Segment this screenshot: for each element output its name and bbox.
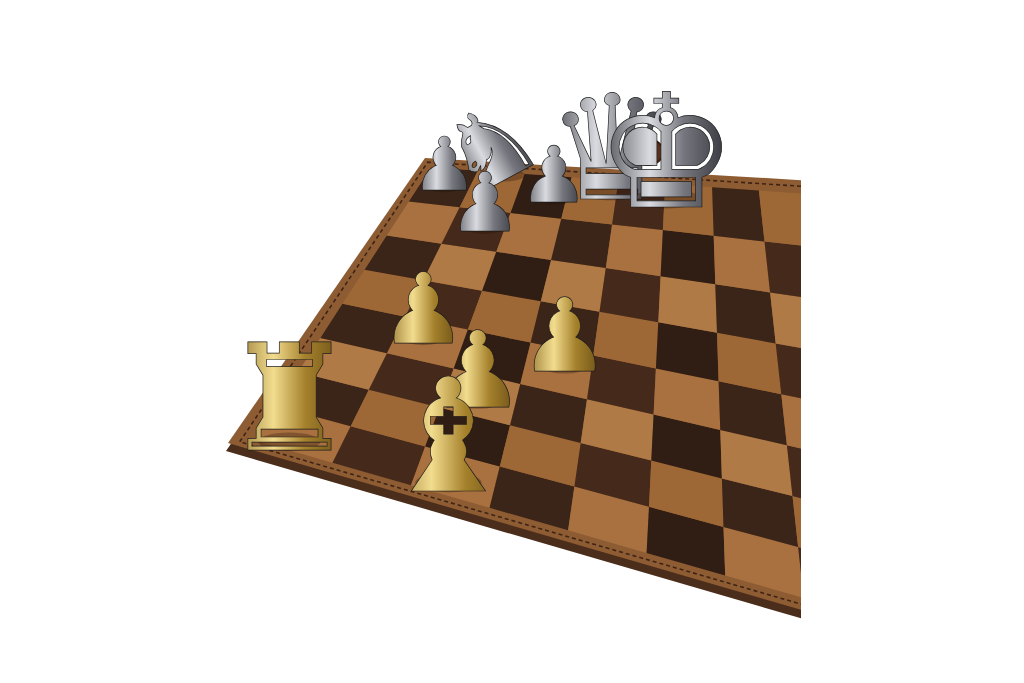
piece-glyph-bishop: ♝ [378, 344, 520, 528]
piece-glyph-pawn: ♟ [448, 155, 522, 250]
square-b8[interactable] [765, 242, 825, 301]
square-a8[interactable] [759, 191, 815, 248]
piece-black-king-a5[interactable]: ♚ [596, 60, 738, 244]
piece-glyph-rook: ♜ [223, 313, 356, 485]
chessboard-photo: ♞♟♛♚♟♟♟♟♟♜♝ [0, 0, 1024, 683]
board-photo-svg: ♞♟♛♚♟♟♟♟♟♜♝ [0, 0, 1024, 683]
square-g8[interactable] [793, 496, 873, 567]
piece-white-pawn-e4[interactable]: ♟ [519, 276, 610, 395]
piece-black-pawn-b2[interactable]: ♟ [448, 155, 522, 250]
piece-glyph-king: ♚ [596, 60, 738, 244]
piece-white-bishop-h3[interactable]: ♝ [378, 344, 520, 528]
piece-glyph-pawn: ♟ [519, 276, 610, 395]
piece-black-pawn-a3[interactable]: ♟ [519, 130, 589, 220]
piece-glyph-pawn: ♟ [519, 130, 589, 220]
piece-white-rook-h1[interactable]: ♜ [223, 313, 356, 485]
square-h8[interactable] [798, 547, 882, 621]
